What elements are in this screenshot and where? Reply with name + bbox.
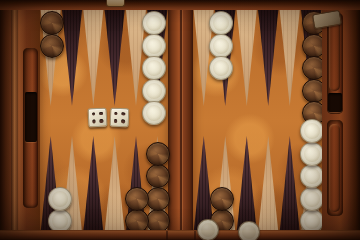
- checker-brown-point1-1[interactable]: [40, 11, 64, 35]
- checker-ivory-point13-2[interactable]: [300, 187, 324, 211]
- die-pip: [92, 120, 96, 124]
- right-rail-upper-channel: [327, 13, 343, 114]
- die-1-showing-4[interactable]: [88, 108, 108, 128]
- inlay-dot-1: [197, 219, 219, 240]
- bar-fold-seam: [180, 0, 182, 240]
- right-rail-slot: [329, 17, 340, 91]
- left-rail-slot-hole: [25, 92, 37, 142]
- inlay-dot-2: [238, 221, 260, 240]
- backgammon-board: [0, 0, 360, 240]
- left-rail-ridge: [11, 0, 18, 240]
- rail-joint-seam: [194, 231, 196, 240]
- checker-brown-point17-2[interactable]: [210, 187, 234, 211]
- bottom-rail: [0, 230, 360, 240]
- checker-brown-point19-4[interactable]: [146, 142, 170, 166]
- checker-ivory-point24-2[interactable]: [48, 187, 72, 211]
- checker-ivory-point8-2[interactable]: [209, 34, 233, 58]
- die-pip: [92, 112, 96, 116]
- checker-ivory-point13-4[interactable]: [300, 142, 324, 166]
- die-2-showing-4[interactable]: [110, 108, 130, 128]
- checker-ivory-point6-4[interactable]: [142, 79, 166, 103]
- die-pip: [121, 120, 125, 124]
- right-rail-lower-slot: [329, 124, 340, 212]
- center-bar[interactable]: [168, 0, 193, 240]
- right-rail: [322, 0, 360, 240]
- checker-ivory-point6-2[interactable]: [142, 34, 166, 58]
- checker-brown-point19-2[interactable]: [146, 187, 170, 211]
- right-rail-hole: [328, 93, 342, 112]
- left-rail: [0, 0, 40, 240]
- die-pip: [100, 119, 104, 123]
- hinge-icon: [106, 0, 125, 7]
- die-pip: [114, 119, 118, 123]
- die-pip: [114, 112, 118, 116]
- die-pip: [122, 112, 126, 116]
- right-rail-lower-channel: [327, 120, 343, 216]
- left-rail-channel: [23, 48, 38, 208]
- checker-brown-point20-2[interactable]: [125, 187, 149, 211]
- rail-joint-seam: [166, 231, 168, 240]
- top-rail: [0, 0, 360, 10]
- checker-brown-point1-2[interactable]: [40, 34, 64, 58]
- die-pip: [99, 112, 103, 116]
